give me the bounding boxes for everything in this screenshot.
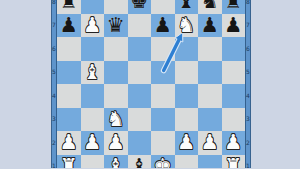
square-e4[interactable] [151,84,175,108]
rank-label-6-left: 6 [51,45,57,53]
piece-white-pawn[interactable]: ♟ [81,131,105,155]
square-b4[interactable] [81,84,105,108]
square-h8[interactable]: ♜ [222,0,246,14]
square-h3[interactable] [222,108,246,132]
rank-label-3-left: 3 [51,115,57,123]
rank-label-1-right: 1 [245,162,251,168]
square-b3[interactable] [81,108,105,132]
square-g6[interactable] [198,37,222,61]
square-f6[interactable] [175,37,199,61]
square-f1[interactable] [175,155,199,169]
square-a3[interactable] [57,108,81,132]
piece-black-queen[interactable]: ♛ [104,14,128,38]
square-f5[interactable] [175,61,199,85]
square-b5[interactable]: ♝ [81,61,105,85]
piece-black-pawn[interactable]: ♟ [222,14,246,38]
square-g7[interactable]: ♟ [198,14,222,38]
piece-white-bishop[interactable]: ♝ [81,61,105,85]
square-f2[interactable]: ♟ [175,131,199,155]
square-e7[interactable]: ♟ [151,14,175,38]
piece-white-pawn[interactable]: ♟ [81,14,105,38]
square-a6[interactable] [57,37,81,61]
square-b1[interactable] [81,155,105,169]
square-c3[interactable]: ♞ [104,108,128,132]
square-d6[interactable] [128,37,152,61]
square-g5[interactable] [198,61,222,85]
square-d5[interactable] [128,61,152,85]
square-h4[interactable] [222,84,246,108]
square-a1[interactable]: ♜ [57,155,81,169]
square-d8[interactable]: ♚ [128,0,152,14]
piece-white-pawn[interactable]: ♟ [175,131,199,155]
square-d1[interactable]: ♝ [128,155,152,169]
square-c8[interactable] [104,0,128,14]
square-a2[interactable]: ♟ [57,131,81,155]
square-f3[interactable] [175,108,199,132]
piece-black-pawn[interactable]: ♟ [198,14,222,38]
piece-white-pawn[interactable]: ♟ [198,131,222,155]
square-c1[interactable]: ♝ [104,155,128,169]
square-b8[interactable] [81,0,105,14]
piece-black-pawn[interactable]: ♟ [57,14,81,38]
piece-white-rook[interactable]: ♜ [57,155,81,169]
square-a7[interactable]: ♟ [57,14,81,38]
piece-black-pawn[interactable]: ♟ [151,14,175,38]
square-c2[interactable]: ♟ [104,131,128,155]
square-f7[interactable]: ♞ [175,14,199,38]
rank-label-2-right: 2 [245,139,251,147]
piece-white-bishop[interactable]: ♝ [104,155,128,169]
square-c6[interactable] [104,37,128,61]
piece-white-pawn[interactable]: ♟ [104,131,128,155]
square-g3[interactable] [198,108,222,132]
square-e8[interactable] [151,0,175,14]
square-f4[interactable] [175,84,199,108]
square-e3[interactable] [151,108,175,132]
square-f8[interactable]: ♝ [175,0,199,14]
square-b6[interactable] [81,37,105,61]
piece-black-bishop[interactable]: ♝ [128,155,152,169]
square-e6[interactable] [151,37,175,61]
square-h5[interactable] [222,61,246,85]
rank-label-4-left: 4 [51,92,57,100]
rank-label-2-left: 2 [51,139,57,147]
square-e5[interactable] [151,61,175,85]
square-e1[interactable]: ♚ [151,155,175,169]
rank-label-8-left: 8 [51,0,57,6]
chess-app-screenshot: ♜♚♝♞♜♟♟♛♟♞♟♟♝♞♟♟♟♟♟♟♜♝♝♚♜ 88776655443322… [0,0,300,168]
square-g8[interactable]: ♞ [198,0,222,14]
square-a5[interactable] [57,61,81,85]
rank-label-6-right: 6 [245,45,251,53]
square-d2[interactable] [128,131,152,155]
rank-label-4-right: 4 [245,92,251,100]
piece-black-bishop[interactable]: ♝ [175,0,199,14]
piece-black-king[interactable]: ♚ [128,0,152,14]
square-d7[interactable] [128,14,152,38]
rank-label-7-left: 7 [51,21,57,29]
piece-white-knight[interactable]: ♞ [104,108,128,132]
square-c7[interactable]: ♛ [104,14,128,38]
piece-white-pawn[interactable]: ♟ [222,131,246,155]
square-g1[interactable] [198,155,222,169]
piece-white-king[interactable]: ♚ [151,155,175,169]
piece-white-rook[interactable]: ♜ [222,155,246,169]
square-g4[interactable] [198,84,222,108]
square-d3[interactable] [128,108,152,132]
piece-black-rook[interactable]: ♜ [57,0,81,14]
square-b2[interactable]: ♟ [81,131,105,155]
square-h7[interactable]: ♟ [222,14,246,38]
square-b7[interactable]: ♟ [81,14,105,38]
square-d4[interactable] [128,84,152,108]
square-c5[interactable] [104,61,128,85]
square-e2[interactable] [151,131,175,155]
square-a8[interactable]: ♜ [57,0,81,14]
rank-label-1-left: 1 [51,162,57,168]
piece-white-pawn[interactable]: ♟ [57,131,81,155]
square-g2[interactable]: ♟ [198,131,222,155]
rank-label-3-right: 3 [245,115,251,123]
square-h2[interactable]: ♟ [222,131,246,155]
rank-label-7-right: 7 [245,21,251,29]
square-h6[interactable] [222,37,246,61]
chess-board[interactable]: ♜♚♝♞♜♟♟♛♟♞♟♟♝♞♟♟♟♟♟♟♜♝♝♚♜ [57,0,245,168]
square-h1[interactable]: ♜ [222,155,246,169]
rank-label-5-left: 5 [51,68,57,76]
square-a4[interactable] [57,84,81,108]
piece-white-knight[interactable]: ♞ [175,14,199,38]
piece-black-rook[interactable]: ♜ [222,0,246,14]
rank-label-8-right: 8 [245,0,251,6]
square-c4[interactable] [104,84,128,108]
piece-black-knight[interactable]: ♞ [198,0,222,14]
rank-label-5-right: 5 [245,68,251,76]
